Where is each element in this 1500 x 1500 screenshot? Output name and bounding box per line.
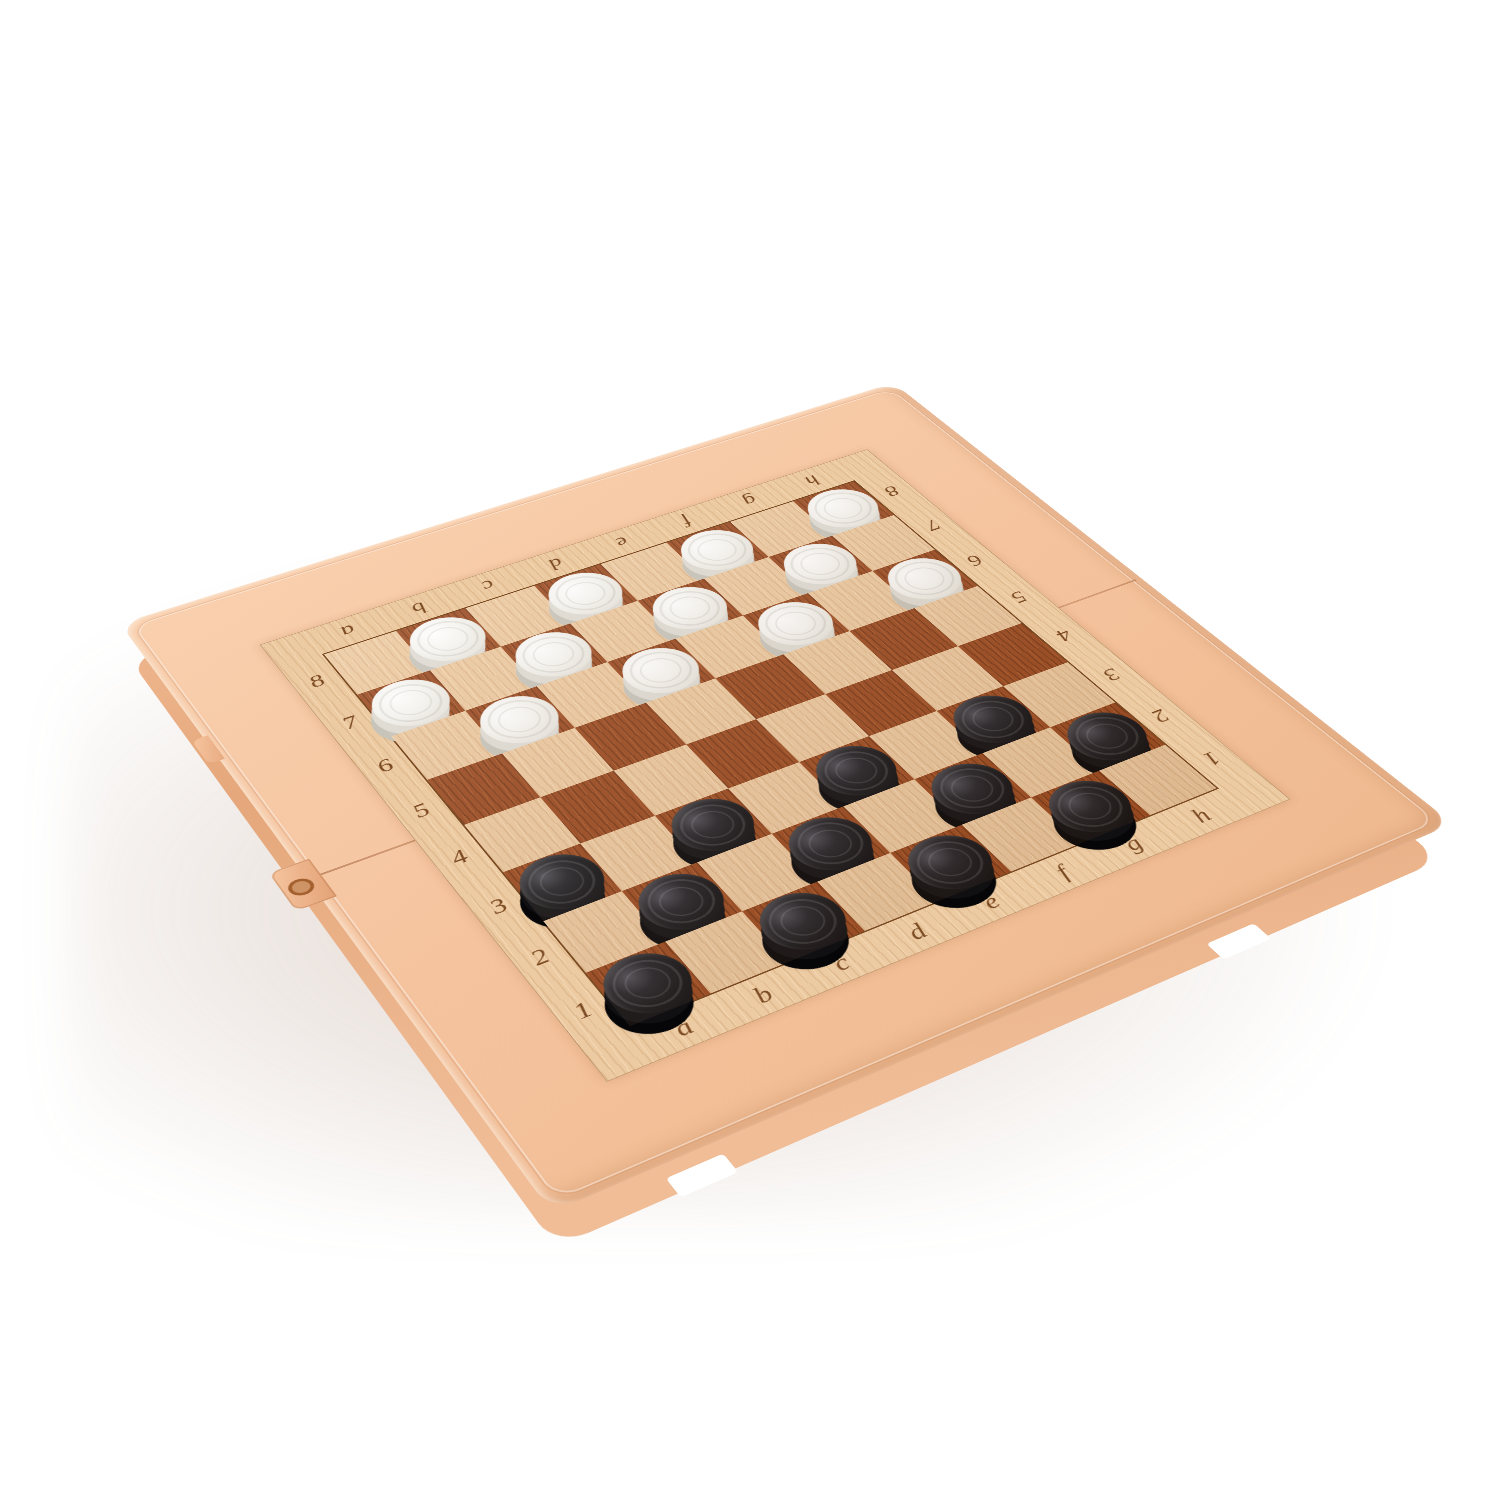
black-piece-top-face xyxy=(505,845,619,920)
file-label-d: d xyxy=(865,902,969,962)
black-piece-top-face xyxy=(1033,772,1147,842)
black-piece-top-face xyxy=(801,737,911,805)
square-a4[interactable] xyxy=(464,797,580,872)
black-piece-top-face xyxy=(744,883,862,960)
piece-side xyxy=(746,902,865,981)
black-piece[interactable]: ⛂ xyxy=(588,943,707,1024)
piece-shadow xyxy=(650,811,778,891)
square-a3[interactable]: ⛂ xyxy=(503,843,621,921)
black-piece-top-face xyxy=(916,755,1028,824)
square-f2[interactable]: ⛂ xyxy=(914,753,1031,824)
black-piece-top-face xyxy=(892,826,1008,899)
square-b3[interactable] xyxy=(580,816,698,892)
square-b2[interactable]: ⛂ xyxy=(621,862,741,941)
piece-side xyxy=(625,882,742,959)
square-c2[interactable] xyxy=(697,834,817,911)
square-f3[interactable] xyxy=(869,711,983,780)
square-d1[interactable] xyxy=(817,853,939,931)
square-c3[interactable]: ⛂ xyxy=(655,788,772,862)
rank-label-5: 5 xyxy=(381,780,463,842)
square-g2[interactable] xyxy=(983,727,1099,797)
file-label-f: f xyxy=(1012,844,1113,901)
piece-side xyxy=(624,873,740,950)
square-f1[interactable] xyxy=(961,797,1081,872)
square-b5[interactable] xyxy=(502,728,614,798)
piece-side xyxy=(894,835,1010,909)
black-piece[interactable]: ⛂ xyxy=(1033,772,1147,842)
square-a5[interactable] xyxy=(427,753,540,825)
square-d4[interactable] xyxy=(686,719,799,788)
piece-shadow xyxy=(1050,724,1175,798)
file-label-a: a xyxy=(629,995,737,1060)
piece-side xyxy=(1035,780,1150,850)
square-d2[interactable]: ⛂ xyxy=(771,806,890,881)
black-piece[interactable]: ⛂ xyxy=(505,845,619,920)
piece-shadow xyxy=(913,775,1041,853)
black-piece[interactable]: ⛂ xyxy=(916,755,1028,824)
file-label-g: g xyxy=(1083,816,1183,872)
piece-side xyxy=(658,807,771,879)
file-label-e: e xyxy=(939,873,1042,932)
piece-shadow xyxy=(738,906,872,994)
square-b1[interactable] xyxy=(665,911,788,994)
piece-shadow xyxy=(888,848,1020,931)
square-a1[interactable]: ⛂ xyxy=(586,941,710,1026)
scene: abcdefgh abcdefgh 87654321 87654321 ⛀⛀⛀⛀… xyxy=(0,0,1500,1500)
black-piece[interactable]: ⛂ xyxy=(657,790,769,861)
square-c1[interactable]: ⛂ xyxy=(742,882,865,962)
rank-label-right-1: 1 xyxy=(1167,730,1257,789)
black-piece[interactable]: ⛂ xyxy=(892,826,1008,899)
black-piece[interactable]: ⛂ xyxy=(624,864,740,940)
file-label-c: c xyxy=(788,932,893,994)
rank-label-3: 3 xyxy=(456,873,543,940)
photo-stage: abcdefgh abcdefgh 87654321 87654321 ⛀⛀⛀⛀… xyxy=(0,0,1500,1500)
piece-side xyxy=(589,963,709,1046)
rank-label-2: 2 xyxy=(495,922,584,992)
latch-notch xyxy=(666,1154,739,1198)
file-labels-near: abcdefgh xyxy=(629,789,1250,1061)
piece-side xyxy=(1054,712,1165,778)
piece-side xyxy=(589,953,709,1035)
black-piece-top-face xyxy=(588,943,707,1024)
piece-side xyxy=(1038,789,1153,860)
square-h1[interactable] xyxy=(1099,744,1217,815)
file-label-b: b xyxy=(710,963,817,1027)
square-d3[interactable] xyxy=(728,762,844,834)
square-e2[interactable] xyxy=(844,779,962,852)
piece-side xyxy=(802,746,913,814)
piece-side xyxy=(776,825,891,898)
square-c4[interactable] xyxy=(614,745,728,816)
latch-notch xyxy=(1206,923,1271,959)
square-e3[interactable]: ⛂ xyxy=(799,736,914,806)
piece-shadow xyxy=(497,867,627,952)
black-piece-top-face xyxy=(774,808,888,880)
piece-side xyxy=(505,854,619,929)
piece-side xyxy=(745,892,863,970)
black-piece-top-face xyxy=(624,864,740,940)
piece-side xyxy=(896,844,1013,919)
piece-shadow xyxy=(1031,793,1161,872)
board-grid: ⛀⛀⛀⛀⛀⛀⛀⛀⛀⛀⛀⛀⛂⛂⛂⛂⛂⛂⛂⛂⛂⛂⛂⛂ xyxy=(322,480,1219,1028)
piece-shadow xyxy=(768,830,898,912)
black-piece[interactable]: ⛂ xyxy=(801,737,911,805)
piece-shadow xyxy=(616,887,748,973)
square-b4[interactable] xyxy=(540,771,655,844)
black-piece[interactable]: ⛂ xyxy=(744,883,862,960)
rank-label-1: 1 xyxy=(537,974,629,1048)
piece-side xyxy=(804,754,915,823)
square-a2[interactable] xyxy=(543,891,664,972)
square-g1[interactable]: ⛂ xyxy=(1031,771,1150,844)
piece-side xyxy=(920,771,1033,841)
piece-side xyxy=(1056,720,1167,786)
rank-label-4: 4 xyxy=(417,825,501,890)
black-piece-top-face xyxy=(657,790,769,861)
black-piece[interactable]: ⛂ xyxy=(774,808,888,880)
square-a6[interactable] xyxy=(391,711,501,780)
board-3d: abcdefgh abcdefgh 87654321 87654321 ⛀⛀⛀⛀… xyxy=(120,383,1453,1213)
rank-label-6: 6 xyxy=(345,736,425,795)
piece-side xyxy=(658,798,770,870)
piece-side xyxy=(918,763,1031,832)
square-e1[interactable]: ⛂ xyxy=(890,825,1011,901)
board-tray: abcdefgh abcdefgh 87654321 87654321 ⛀⛀⛀⛀… xyxy=(120,383,1453,1213)
piece-side xyxy=(506,863,621,939)
piece-shadow xyxy=(796,758,922,834)
piece-shadow xyxy=(580,968,716,1060)
file-label-h: h xyxy=(1152,789,1251,843)
piece-side xyxy=(775,817,889,890)
